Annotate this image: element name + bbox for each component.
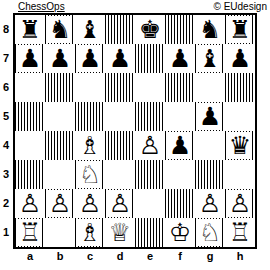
white-pawn-h2: ♙: [228, 190, 252, 217]
square-f2: [165, 189, 195, 218]
square-b5: [45, 102, 75, 131]
white-pawn-g2: ♙: [198, 190, 222, 217]
square-e1: [135, 218, 165, 247]
square-b4: [45, 131, 75, 160]
square-b3: [45, 160, 75, 189]
square-g2: ♙: [195, 189, 225, 218]
black-pawn-f7: ♟: [168, 45, 192, 72]
black-king-e8: ♚: [138, 16, 162, 43]
square-h7: ♟: [225, 44, 255, 73]
black-knight-g8: ♞: [198, 16, 222, 43]
square-a7: ♟: [15, 44, 45, 73]
white-rook-a1: ♖: [18, 219, 42, 246]
square-a8: ♜: [15, 15, 45, 44]
square-b2: ♙: [45, 189, 75, 218]
square-g3: [195, 160, 225, 189]
square-c6: [75, 73, 105, 102]
chess-board-frame: ♜♞♝♚♞♜♟♟♟♟♟♝♟♟♗♙♟♛♘♙♙♙♙♙♙♖♗♕♔♘♖: [13, 13, 257, 249]
square-b7: ♟: [45, 44, 75, 73]
square-b6: [45, 73, 75, 102]
square-e6: [135, 73, 165, 102]
square-f6: [165, 73, 195, 102]
square-d1: ♕: [105, 218, 135, 247]
rank-label-3: 3: [0, 160, 12, 189]
square-f8: [165, 15, 195, 44]
square-c2: ♙: [75, 189, 105, 218]
white-bishop-c4: ♗: [78, 132, 102, 159]
square-c8: ♝: [75, 15, 105, 44]
rank-label-6: 6: [0, 73, 12, 102]
white-king-f1: ♔: [168, 219, 192, 246]
square-c3: ♘: [75, 160, 105, 189]
square-a2: ♙: [15, 189, 45, 218]
black-bishop-g7: ♝: [198, 45, 222, 72]
square-e7: [135, 44, 165, 73]
file-label-a: a: [15, 250, 45, 263]
white-knight-c3: ♘: [78, 161, 102, 188]
credit-label: © EUdesign: [213, 1, 267, 12]
file-label-e: e: [135, 250, 165, 263]
square-g4: [195, 131, 225, 160]
square-d8: [105, 15, 135, 44]
square-a4: [15, 131, 45, 160]
file-label-d: d: [105, 250, 135, 263]
white-bishop-c1: ♗: [78, 219, 102, 246]
white-pawn-e4: ♙: [138, 132, 162, 159]
square-e3: [135, 160, 165, 189]
black-pawn-c7: ♟: [78, 45, 102, 72]
rank-label-2: 2: [0, 189, 12, 218]
black-pawn-h7: ♟: [228, 45, 252, 72]
white-pawn-d2: ♙: [108, 190, 132, 217]
white-rook-h1: ♖: [228, 219, 252, 246]
square-e2: [135, 189, 165, 218]
square-c5: [75, 102, 105, 131]
square-d2: ♙: [105, 189, 135, 218]
square-e5: [135, 102, 165, 131]
square-c4: ♗: [75, 131, 105, 160]
file-label-b: b: [45, 250, 75, 263]
rank-label-8: 8: [0, 15, 12, 44]
square-g8: ♞: [195, 15, 225, 44]
black-pawn-d7: ♟: [108, 45, 132, 72]
white-knight-g1: ♘: [198, 219, 222, 246]
square-b1: [45, 218, 75, 247]
black-pawn-b7: ♟: [48, 45, 72, 72]
square-h2: ♙: [225, 189, 255, 218]
square-e4: ♙: [135, 131, 165, 160]
black-bishop-c8: ♝: [78, 16, 102, 43]
rank-label-4: 4: [0, 131, 12, 160]
black-pawn-a7: ♟: [18, 45, 42, 72]
square-c7: ♟: [75, 44, 105, 73]
square-f4: ♟: [165, 131, 195, 160]
black-pawn-f4: ♟: [168, 132, 192, 159]
square-a6: [15, 73, 45, 102]
square-f3: [165, 160, 195, 189]
square-d6: [105, 73, 135, 102]
white-pawn-c2: ♙: [78, 190, 102, 217]
white-pawn-a2: ♙: [18, 190, 42, 217]
square-d7: ♟: [105, 44, 135, 73]
white-pawn-b2: ♙: [48, 190, 72, 217]
rank-labels: 87654321: [0, 15, 12, 247]
square-g1: ♘: [195, 218, 225, 247]
black-rook-h8: ♜: [228, 16, 252, 43]
rank-label-5: 5: [0, 102, 12, 131]
square-a3: [15, 160, 45, 189]
square-a5: [15, 102, 45, 131]
black-pawn-g5: ♟: [198, 103, 222, 130]
file-label-c: c: [75, 250, 105, 263]
file-label-g: g: [195, 250, 225, 263]
square-h3: [225, 160, 255, 189]
square-f7: ♟: [165, 44, 195, 73]
file-label-f: f: [165, 250, 195, 263]
square-h8: ♜: [225, 15, 255, 44]
black-knight-b8: ♞: [48, 16, 72, 43]
square-f5: [165, 102, 195, 131]
square-h1: ♖: [225, 218, 255, 247]
black-rook-a8: ♜: [18, 16, 42, 43]
rank-label-7: 7: [0, 44, 12, 73]
square-f1: ♔: [165, 218, 195, 247]
square-h6: [225, 73, 255, 102]
square-e8: ♚: [135, 15, 165, 44]
file-label-h: h: [225, 250, 255, 263]
square-a1: ♖: [15, 218, 45, 247]
square-g6: [195, 73, 225, 102]
square-g5: ♟: [195, 102, 225, 131]
square-d5: [105, 102, 135, 131]
square-h4: ♛: [225, 131, 255, 160]
app-title: ChessOps: [18, 1, 65, 12]
square-h5: [225, 102, 255, 131]
file-labels: abcdefgh: [15, 250, 255, 263]
rank-label-1: 1: [0, 218, 12, 247]
chess-board: ♜♞♝♚♞♜♟♟♟♟♟♝♟♟♗♙♟♛♘♙♙♙♙♙♙♖♗♕♔♘♖: [15, 15, 255, 247]
square-b8: ♞: [45, 15, 75, 44]
square-d3: [105, 160, 135, 189]
white-queen-d1: ♕: [108, 219, 132, 246]
black-queen-h4: ♛: [228, 132, 252, 159]
square-d4: [105, 131, 135, 160]
square-c1: ♗: [75, 218, 105, 247]
square-g7: ♝: [195, 44, 225, 73]
